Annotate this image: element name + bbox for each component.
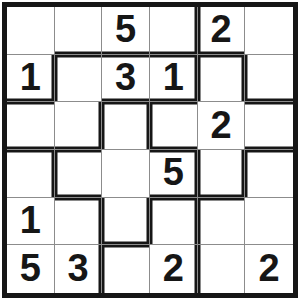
given-digit: 3 (67, 249, 88, 287)
cell-r5c2[interactable] (55, 198, 103, 246)
given-digit: 1 (163, 58, 184, 96)
cell-r2c3[interactable]: 3 (102, 55, 150, 103)
cell-r6c1[interactable]: 5 (7, 245, 55, 293)
cell-r4c5[interactable] (198, 150, 246, 198)
cell-r2c5[interactable] (198, 55, 246, 103)
cell-r5c1[interactable]: 1 (7, 198, 55, 246)
cell-r3c1[interactable] (7, 102, 55, 150)
given-digit: 2 (163, 249, 184, 287)
given-digit: 1 (20, 201, 41, 239)
given-digit: 1 (20, 58, 41, 96)
cell-r6c3[interactable] (102, 245, 150, 293)
cell-r1c2[interactable] (55, 7, 103, 55)
cell-r3c3[interactable] (102, 102, 150, 150)
given-digit: 2 (210, 10, 231, 48)
cell-r4c2[interactable] (55, 150, 103, 198)
cell-r3c4[interactable] (150, 102, 198, 150)
cell-r3c2[interactable] (55, 102, 103, 150)
cell-r3c6[interactable] (245, 102, 293, 150)
cell-r4c1[interactable] (7, 150, 55, 198)
cell-r4c6[interactable] (245, 150, 293, 198)
cell-r6c6[interactable]: 2 (245, 245, 293, 293)
cell-r2c6[interactable] (245, 55, 293, 103)
cell-r6c5[interactable] (198, 245, 246, 293)
cell-r5c6[interactable] (245, 198, 293, 246)
cell-r1c3[interactable]: 5 (102, 7, 150, 55)
given-digit: 2 (210, 106, 231, 144)
cell-r3c5[interactable]: 2 (198, 102, 246, 150)
cell-r1c5[interactable]: 2 (198, 7, 246, 55)
cell-r6c2[interactable]: 3 (55, 245, 103, 293)
puzzle-page: 521312515322 (0, 0, 300, 300)
cell-r6c4[interactable]: 2 (150, 245, 198, 293)
given-digit: 5 (163, 153, 184, 191)
cell-r5c4[interactable] (150, 198, 198, 246)
cell-r1c1[interactable] (7, 7, 55, 55)
cell-r1c4[interactable] (150, 7, 198, 55)
cell-r4c3[interactable] (102, 150, 150, 198)
given-digit: 3 (115, 58, 136, 96)
given-digit: 5 (20, 249, 41, 287)
given-digit: 2 (259, 249, 280, 287)
cell-r2c1[interactable]: 1 (7, 55, 55, 103)
cell-r1c6[interactable] (245, 7, 293, 55)
cell-r4c4[interactable]: 5 (150, 150, 198, 198)
suguru-board: 521312515322 (2, 2, 298, 298)
cell-r5c3[interactable] (102, 198, 150, 246)
cell-r2c4[interactable]: 1 (150, 55, 198, 103)
given-digit: 5 (115, 10, 136, 48)
cell-r2c2[interactable] (55, 55, 103, 103)
cell-r5c5[interactable] (198, 198, 246, 246)
